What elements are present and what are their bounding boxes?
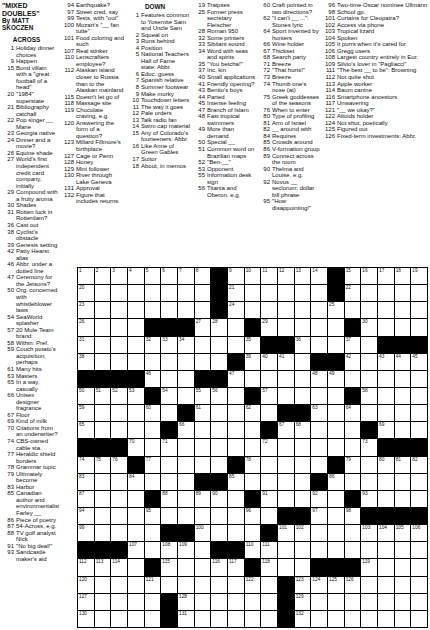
grid-cell[interactable]	[311, 594, 327, 610]
grid-cell[interactable]	[111, 405, 127, 421]
grid-cell[interactable]: 71	[161, 439, 177, 455]
grid-cell[interactable]	[411, 594, 427, 610]
grid-cell[interactable]	[395, 371, 411, 387]
grid-cell[interactable]	[195, 439, 211, 455]
grid-cell[interactable]	[95, 285, 111, 301]
grid-cell[interactable]: 76	[111, 457, 127, 473]
grid-cell[interactable]	[178, 354, 194, 370]
grid-cell[interactable]: 115	[161, 559, 177, 575]
grid-cell[interactable]	[395, 611, 411, 627]
grid-cell[interactable]	[211, 422, 227, 438]
grid-cell[interactable]	[395, 285, 411, 301]
grid-cell[interactable]: 3	[111, 268, 127, 284]
grid-cell[interactable]	[178, 559, 194, 575]
grid-cell[interactable]: 83	[78, 474, 94, 490]
grid-cell[interactable]	[178, 491, 194, 507]
grid-cell[interactable]: 131	[178, 611, 194, 627]
grid-cell[interactable]: 38	[78, 354, 94, 370]
grid-cell[interactable]	[328, 405, 344, 421]
grid-cell[interactable]: 12	[278, 268, 294, 284]
grid-cell[interactable]	[211, 405, 227, 421]
grid-cell[interactable]	[395, 388, 411, 404]
grid-cell[interactable]	[95, 354, 111, 370]
grid-cell[interactable]: 23	[78, 302, 94, 318]
grid-cell[interactable]	[145, 302, 161, 318]
grid-cell[interactable]: 28	[211, 319, 227, 335]
grid-cell[interactable]	[228, 491, 244, 507]
grid-cell[interactable]: 72	[261, 439, 277, 455]
grid-cell[interactable]: 51	[95, 388, 111, 404]
grid-cell[interactable]	[361, 594, 377, 610]
grid-cell[interactable]	[95, 508, 111, 524]
grid-cell[interactable]: 128	[178, 594, 194, 610]
grid-cell[interactable]	[161, 577, 177, 593]
grid-cell[interactable]: 95	[145, 508, 161, 524]
grid-cell[interactable]	[345, 422, 361, 438]
grid-cell[interactable]	[245, 439, 261, 455]
grid-cell[interactable]	[195, 611, 211, 627]
grid-cell[interactable]	[361, 577, 377, 593]
grid-cell[interactable]	[228, 422, 244, 438]
grid-cell[interactable]	[311, 285, 327, 301]
grid-cell[interactable]	[161, 508, 177, 524]
grid-cell[interactable]	[311, 388, 327, 404]
grid-cell[interactable]: 102	[295, 525, 311, 541]
grid-cell[interactable]	[228, 611, 244, 627]
grid-cell[interactable]: 81	[395, 457, 411, 473]
grid-cell[interactable]: 15	[345, 268, 361, 284]
grid-cell[interactable]	[228, 594, 244, 610]
grid-cell[interactable]: 56	[211, 388, 227, 404]
grid-cell[interactable]	[145, 525, 161, 541]
grid-cell[interactable]	[411, 491, 427, 507]
grid-cell[interactable]: 97	[311, 508, 327, 524]
grid-cell[interactable]: 44	[395, 354, 411, 370]
grid-cell[interactable]	[311, 542, 327, 558]
grid-cell[interactable]	[378, 474, 394, 490]
grid-cell[interactable]	[395, 405, 411, 421]
grid-cell[interactable]: 7	[178, 268, 194, 284]
grid-cell[interactable]	[161, 302, 177, 318]
grid-cell[interactable]: 74	[78, 457, 94, 473]
grid-cell[interactable]	[178, 302, 194, 318]
grid-cell[interactable]: 121	[145, 577, 161, 593]
grid-cell[interactable]: 42	[345, 354, 361, 370]
grid-cell[interactable]	[195, 559, 211, 575]
grid-cell[interactable]	[328, 594, 344, 610]
grid-cell[interactable]: 46	[145, 371, 161, 387]
grid-cell[interactable]	[145, 594, 161, 610]
grid-cell[interactable]	[228, 405, 244, 421]
grid-cell[interactable]	[395, 319, 411, 335]
grid-cell[interactable]	[378, 594, 394, 610]
grid-cell[interactable]	[178, 371, 194, 387]
grid-cell[interactable]	[261, 371, 277, 387]
grid-cell[interactable]	[111, 508, 127, 524]
grid-cell[interactable]: 132	[295, 611, 311, 627]
grid-cell[interactable]	[145, 422, 161, 438]
grid-cell[interactable]	[328, 439, 344, 455]
grid-cell[interactable]	[261, 594, 277, 610]
grid-cell[interactable]: 58	[361, 388, 377, 404]
grid-cell[interactable]: 107	[128, 542, 144, 558]
grid-cell[interactable]	[195, 457, 211, 473]
grid-cell[interactable]	[145, 354, 161, 370]
grid-cell[interactable]	[245, 525, 261, 541]
grid-cell[interactable]: 10	[245, 268, 261, 284]
grid-cell[interactable]	[395, 422, 411, 438]
grid-cell[interactable]	[411, 422, 427, 438]
grid-cell[interactable]	[111, 354, 127, 370]
grid-cell[interactable]: 47	[228, 371, 244, 387]
grid-cell[interactable]: 75	[95, 457, 111, 473]
grid-cell[interactable]	[228, 577, 244, 593]
grid-cell[interactable]	[128, 337, 144, 353]
grid-cell[interactable]: 26	[78, 319, 94, 335]
grid-cell[interactable]	[411, 405, 427, 421]
grid-cell[interactable]: 37	[345, 337, 361, 353]
grid-cell[interactable]: 82	[411, 457, 427, 473]
grid-cell[interactable]	[111, 577, 127, 593]
grid-cell[interactable]	[128, 508, 144, 524]
grid-cell[interactable]: 105	[395, 525, 411, 541]
grid-cell[interactable]	[378, 405, 394, 421]
grid-cell[interactable]: 117	[228, 559, 244, 575]
grid-cell[interactable]	[278, 491, 294, 507]
grid-cell[interactable]	[345, 542, 361, 558]
grid-cell[interactable]	[145, 611, 161, 627]
grid-cell[interactable]: 110	[245, 542, 261, 558]
grid-cell[interactable]	[361, 611, 377, 627]
grid-cell[interactable]	[195, 354, 211, 370]
grid-cell[interactable]	[261, 285, 277, 301]
grid-cell[interactable]	[95, 491, 111, 507]
grid-cell[interactable]	[328, 525, 344, 541]
grid-cell[interactable]: 53	[128, 388, 144, 404]
grid-cell[interactable]	[245, 594, 261, 610]
grid-cell[interactable]	[411, 285, 427, 301]
grid-cell[interactable]: 43	[378, 354, 394, 370]
grid-cell[interactable]: 2	[95, 268, 111, 284]
grid-cell[interactable]: 124	[311, 577, 327, 593]
grid-cell[interactable]: 90	[211, 491, 227, 507]
grid-cell[interactable]	[178, 508, 194, 524]
grid-cell[interactable]	[261, 405, 277, 421]
grid-cell[interactable]	[128, 577, 144, 593]
grid-cell[interactable]	[378, 577, 394, 593]
grid-cell[interactable]	[245, 285, 261, 301]
grid-cell[interactable]	[195, 422, 211, 438]
grid-cell[interactable]: 98	[345, 508, 361, 524]
grid-cell[interactable]	[195, 508, 211, 524]
grid-cell[interactable]	[211, 354, 227, 370]
grid-cell[interactable]	[278, 285, 294, 301]
grid-cell[interactable]	[278, 302, 294, 318]
grid-cell[interactable]	[128, 319, 144, 335]
grid-cell[interactable]	[111, 422, 127, 438]
grid-cell[interactable]	[361, 337, 377, 353]
grid-cell[interactable]	[411, 611, 427, 627]
grid-cell[interactable]	[311, 611, 327, 627]
grid-cell[interactable]: 73	[361, 439, 377, 455]
grid-cell[interactable]: 6	[161, 268, 177, 284]
grid-cell[interactable]: 24	[228, 302, 244, 318]
grid-cell[interactable]	[345, 439, 361, 455]
grid-cell[interactable]	[295, 285, 311, 301]
grid-cell[interactable]: 64	[345, 405, 361, 421]
grid-cell[interactable]	[211, 508, 227, 524]
grid-cell[interactable]	[211, 525, 227, 541]
grid-cell[interactable]: 14	[311, 268, 327, 284]
grid-cell[interactable]: 99	[78, 525, 94, 541]
grid-cell[interactable]	[261, 474, 277, 490]
grid-cell[interactable]	[178, 577, 194, 593]
grid-cell[interactable]: 80	[378, 457, 394, 473]
grid-cell[interactable]	[195, 302, 211, 318]
grid-cell[interactable]: 40	[261, 354, 277, 370]
grid-cell[interactable]	[111, 302, 127, 318]
grid-cell[interactable]	[128, 611, 144, 627]
grid-cell[interactable]	[228, 388, 244, 404]
grid-cell[interactable]: 93	[361, 491, 377, 507]
grid-cell[interactable]	[195, 337, 211, 353]
grid-cell[interactable]	[395, 302, 411, 318]
grid-cell[interactable]: 113	[95, 559, 111, 575]
grid-cell[interactable]: 125	[328, 577, 344, 593]
grid-cell[interactable]	[295, 457, 311, 473]
grid-cell[interactable]: 114	[111, 559, 127, 575]
grid-cell[interactable]	[145, 439, 161, 455]
grid-cell[interactable]: 101	[278, 525, 294, 541]
grid-cell[interactable]	[178, 285, 194, 301]
grid-cell[interactable]	[361, 542, 377, 558]
grid-cell[interactable]: 35	[245, 337, 261, 353]
grid-cell[interactable]	[295, 542, 311, 558]
grid-cell[interactable]: 11	[261, 268, 277, 284]
grid-cell[interactable]: 61	[195, 405, 211, 421]
grid-cell[interactable]	[161, 474, 177, 490]
grid-cell[interactable]: 91	[261, 491, 277, 507]
grid-cell[interactable]	[328, 542, 344, 558]
grid-cell[interactable]	[261, 302, 277, 318]
grid-cell[interactable]: 62	[245, 405, 261, 421]
grid-cell[interactable]: 122	[245, 577, 261, 593]
grid-cell[interactable]	[195, 542, 211, 558]
grid-cell[interactable]: 50	[78, 388, 94, 404]
grid-cell[interactable]: 78	[245, 457, 261, 473]
grid-cell[interactable]: 54	[161, 388, 177, 404]
grid-cell[interactable]: 79	[345, 457, 361, 473]
grid-cell[interactable]	[378, 491, 394, 507]
grid-cell[interactable]: 32	[145, 337, 161, 353]
grid-cell[interactable]	[328, 319, 344, 335]
grid-cell[interactable]	[378, 302, 394, 318]
grid-cell[interactable]	[245, 371, 261, 387]
grid-cell[interactable]: 19	[411, 268, 427, 284]
grid-cell[interactable]: 94	[78, 508, 94, 524]
grid-cell[interactable]: 59	[78, 405, 94, 421]
grid-cell[interactable]	[345, 371, 361, 387]
grid-cell[interactable]	[261, 508, 277, 524]
grid-cell[interactable]	[128, 285, 144, 301]
grid-cell[interactable]: 25	[328, 302, 344, 318]
grid-cell[interactable]	[145, 285, 161, 301]
grid-cell[interactable]	[128, 559, 144, 575]
grid-cell[interactable]: 57	[261, 388, 277, 404]
grid-cell[interactable]	[128, 594, 144, 610]
grid-cell[interactable]	[195, 285, 211, 301]
grid-cell[interactable]	[345, 611, 361, 627]
grid-cell[interactable]	[361, 354, 377, 370]
grid-cell[interactable]	[295, 474, 311, 490]
grid-cell[interactable]: 65	[78, 422, 94, 438]
grid-cell[interactable]: 18	[395, 268, 411, 284]
grid-cell[interactable]	[311, 337, 327, 353]
grid-cell[interactable]	[95, 319, 111, 335]
grid-cell[interactable]: 69	[378, 422, 394, 438]
grid-cell[interactable]: 130	[78, 611, 94, 627]
grid-cell[interactable]: 68	[295, 422, 311, 438]
grid-cell[interactable]	[178, 457, 194, 473]
grid-cell[interactable]	[111, 285, 127, 301]
grid-cell[interactable]: 96	[245, 508, 261, 524]
grid-cell[interactable]	[95, 337, 111, 353]
grid-cell[interactable]	[245, 302, 261, 318]
grid-cell[interactable]	[311, 457, 327, 473]
grid-cell[interactable]	[378, 319, 394, 335]
grid-cell[interactable]: 119	[361, 559, 377, 575]
grid-cell[interactable]	[295, 371, 311, 387]
grid-cell[interactable]	[111, 319, 127, 335]
grid-cell[interactable]	[395, 594, 411, 610]
grid-cell[interactable]	[328, 422, 344, 438]
grid-cell[interactable]	[161, 371, 177, 387]
grid-cell[interactable]	[261, 457, 277, 473]
grid-cell[interactable]	[228, 439, 244, 455]
grid-cell[interactable]	[345, 474, 361, 490]
grid-cell[interactable]: 8	[195, 268, 211, 284]
grid-cell[interactable]	[378, 559, 394, 575]
grid-cell[interactable]: 103	[361, 525, 377, 541]
grid-cell[interactable]	[411, 542, 427, 558]
grid-cell[interactable]	[411, 474, 427, 490]
grid-cell[interactable]	[328, 611, 344, 627]
grid-cell[interactable]	[228, 508, 244, 524]
grid-cell[interactable]	[395, 491, 411, 507]
grid-cell[interactable]	[245, 611, 261, 627]
grid-cell[interactable]	[278, 457, 294, 473]
grid-cell[interactable]	[111, 525, 127, 541]
grid-cell[interactable]: 21	[228, 285, 244, 301]
grid-cell[interactable]	[195, 577, 211, 593]
grid-cell[interactable]: 66	[178, 422, 194, 438]
grid-cell[interactable]: 70	[128, 439, 144, 455]
grid-cell[interactable]	[378, 388, 394, 404]
grid-cell[interactable]: 36	[295, 337, 311, 353]
grid-cell[interactable]	[311, 439, 327, 455]
grid-cell[interactable]	[95, 474, 111, 490]
grid-cell[interactable]: 9	[228, 268, 244, 284]
grid-cell[interactable]	[295, 388, 311, 404]
grid-cell[interactable]: 5	[145, 268, 161, 284]
grid-cell[interactable]	[245, 422, 261, 438]
grid-cell[interactable]: 27	[195, 319, 211, 335]
grid-cell[interactable]	[278, 439, 294, 455]
grid-cell[interactable]	[378, 542, 394, 558]
grid-cell[interactable]	[295, 354, 311, 370]
grid-cell[interactable]: 112	[78, 559, 94, 575]
grid-cell[interactable]: 77	[145, 457, 161, 473]
grid-cell[interactable]	[145, 542, 161, 558]
grid-cell[interactable]	[95, 405, 111, 421]
grid-cell[interactable]: 1	[78, 268, 94, 284]
grid-cell[interactable]: 88	[161, 491, 177, 507]
grid-cell[interactable]: 16	[361, 268, 377, 284]
grid-cell[interactable]	[278, 371, 294, 387]
grid-cell[interactable]	[161, 285, 177, 301]
grid-cell[interactable]	[411, 319, 427, 335]
grid-cell[interactable]	[311, 422, 327, 438]
grid-cell[interactable]: 108	[161, 542, 177, 558]
grid-cell[interactable]: 63	[311, 405, 327, 421]
grid-cell[interactable]: 126	[345, 577, 361, 593]
grid-cell[interactable]	[211, 439, 227, 455]
grid-cell[interactable]	[95, 594, 111, 610]
grid-cell[interactable]	[395, 577, 411, 593]
grid-cell[interactable]	[295, 439, 311, 455]
grid-cell[interactable]: 92	[311, 491, 327, 507]
grid-cell[interactable]: 31	[78, 337, 94, 353]
grid-cell[interactable]	[211, 594, 227, 610]
grid-cell[interactable]: 85	[228, 474, 244, 490]
grid-cell[interactable]	[111, 594, 127, 610]
grid-cell[interactable]	[261, 577, 277, 593]
grid-cell[interactable]: 127	[78, 594, 94, 610]
grid-cell[interactable]: 86	[328, 474, 344, 490]
grid-cell[interactable]	[228, 319, 244, 335]
grid-cell[interactable]: 4	[128, 268, 144, 284]
grid-cell[interactable]	[95, 577, 111, 593]
grid-cell[interactable]	[178, 439, 194, 455]
grid-cell[interactable]	[95, 525, 111, 541]
grid-cell[interactable]: 29	[261, 319, 277, 335]
grid-cell[interactable]: 34	[178, 337, 194, 353]
grid-cell[interactable]	[328, 388, 344, 404]
grid-cell[interactable]: 41	[278, 354, 294, 370]
grid-cell[interactable]	[278, 559, 294, 575]
grid-cell[interactable]	[145, 474, 161, 490]
grid-cell[interactable]	[95, 611, 111, 627]
grid-cell[interactable]	[295, 491, 311, 507]
grid-cell[interactable]	[178, 474, 194, 490]
grid-cell[interactable]	[345, 594, 361, 610]
grid-cell[interactable]: 104	[378, 525, 394, 541]
grid-cell[interactable]	[161, 457, 177, 473]
grid-cell[interactable]: 120	[78, 577, 94, 593]
grid-cell[interactable]	[411, 559, 427, 575]
grid-cell[interactable]	[211, 611, 227, 627]
grid-cell[interactable]: 87	[78, 491, 94, 507]
grid-cell[interactable]	[378, 285, 394, 301]
grid-cell[interactable]	[178, 388, 194, 404]
grid-cell[interactable]: 52	[111, 388, 127, 404]
grid-cell[interactable]	[345, 525, 361, 541]
grid-cell[interactable]	[361, 474, 377, 490]
grid-cell[interactable]	[295, 319, 311, 335]
grid-cell[interactable]	[228, 525, 244, 541]
grid-cell[interactable]: 39	[245, 354, 261, 370]
grid-cell[interactable]: 49	[328, 371, 344, 387]
